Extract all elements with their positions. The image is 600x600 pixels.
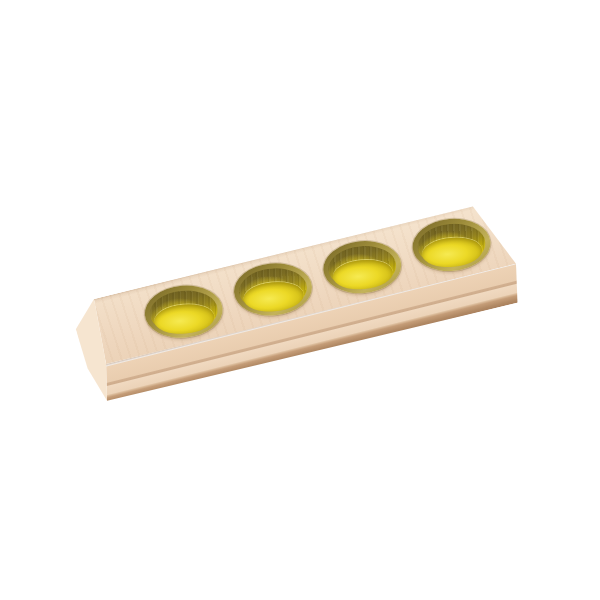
wooden-tray-board	[65, 190, 560, 423]
product-photo-stage	[0, 0, 600, 600]
